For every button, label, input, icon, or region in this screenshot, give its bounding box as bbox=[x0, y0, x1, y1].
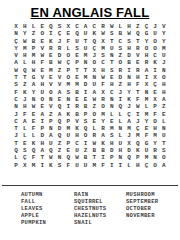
grid-cell-r8-c3: G bbox=[29, 74, 38, 81]
grid-cell-r12-c15: W bbox=[133, 103, 142, 110]
grid-cell-r13-c2: F bbox=[21, 111, 30, 118]
grid-cell-r15-c9: Q bbox=[81, 125, 90, 132]
grid-cell-r5-c18: U bbox=[160, 52, 169, 59]
grid-cell-r4-c16: O bbox=[142, 45, 151, 52]
grid-cell-r18-c8: U bbox=[73, 147, 82, 154]
grid-cell-r8-c14: N bbox=[125, 74, 134, 81]
grid-cell-r13-c17: F bbox=[151, 111, 160, 118]
word-list: AUTUMNFALLLEAVESAPPLEPUMPKIN RAINSQUIRRE… bbox=[0, 191, 180, 226]
grid-cell-r15-c17: H bbox=[151, 125, 160, 132]
grid-cell-r19-c8: W bbox=[73, 154, 82, 161]
grid-cell-r19-c14: Q bbox=[125, 154, 134, 161]
grid-cell-r2-c11: W bbox=[99, 30, 108, 37]
grid-cell-r12-c7: I bbox=[64, 103, 73, 110]
word-list-item-pumpkin: PUMPKIN bbox=[21, 219, 74, 226]
grid-cell-r15-c4: P bbox=[38, 125, 47, 132]
grid-cell-r12-c12: N bbox=[107, 103, 116, 110]
grid-cell-r6-c5: B bbox=[47, 59, 56, 66]
grid-cell-r9-c17: Ç bbox=[151, 81, 160, 88]
grid-cell-r1-c10: C bbox=[90, 23, 99, 30]
grid-cell-r12-c17: P bbox=[151, 103, 160, 110]
word-list-column-2: RAINSQUIRRELCHESTNUTSHAZELNUTSSNAIL bbox=[74, 191, 126, 226]
grid-cell-r18-c7: E bbox=[64, 147, 73, 154]
grid-cell-r8-c12: E bbox=[107, 74, 116, 81]
grid-cell-r14-c16: Y bbox=[142, 118, 151, 125]
grid-cell-r1-c16: Ç bbox=[142, 23, 151, 30]
grid-cell-r3-c13: C bbox=[116, 38, 125, 45]
grid-cell-r20-c3: M bbox=[29, 162, 38, 169]
grid-cell-r3-c11: X bbox=[99, 38, 108, 45]
grid-cell-r2-c12: S bbox=[107, 30, 116, 37]
grid-cell-r14-c10: E bbox=[90, 118, 99, 125]
grid-cell-r8-c8: E bbox=[73, 74, 82, 81]
grid-cell-r14-c18: L bbox=[160, 118, 169, 125]
grid-cell-r19-c18: O bbox=[160, 154, 169, 161]
grid-cell-r6-c17: K bbox=[151, 59, 160, 66]
grid-cell-r4-c3: P bbox=[29, 45, 38, 52]
grid-cell-r7-c1: W bbox=[12, 67, 21, 74]
grid-cell-r16-c17: M bbox=[151, 132, 160, 139]
grid-cell-r7-c13: R bbox=[116, 67, 125, 74]
grid-cell-r20-c2: X bbox=[21, 162, 30, 169]
grid-cell-r8-c9: M bbox=[81, 74, 90, 81]
grid-cell-r20-c4: I bbox=[38, 162, 47, 169]
grid-cell-r13-c13: L bbox=[116, 111, 125, 118]
grid-cell-r8-c11: W bbox=[99, 74, 108, 81]
grid-cell-r3-c16: Y bbox=[142, 38, 151, 45]
grid-cell-r18-c6: Z bbox=[55, 147, 64, 154]
grid-cell-r12-c5: V bbox=[47, 103, 56, 110]
grid-cell-r7-c17: I bbox=[151, 67, 160, 74]
grid-cell-r16-c18: U bbox=[160, 132, 169, 139]
grid-cell-r18-c1: Q bbox=[12, 147, 21, 154]
grid-cell-r13-c7: K bbox=[64, 111, 73, 118]
grid-cell-r20-c18: A bbox=[160, 162, 169, 169]
grid-cell-r13-c9: P bbox=[81, 111, 90, 118]
grid-cell-r9-c13: Z bbox=[116, 81, 125, 88]
grid-cell-r17-c2: E bbox=[21, 140, 30, 147]
grid-cell-r8-c6: V bbox=[55, 74, 64, 81]
grid-cell-r2-c13: B bbox=[116, 30, 125, 37]
grid-cell-r8-c7: O bbox=[64, 74, 73, 81]
grid-cell-r9-c10: U bbox=[90, 81, 99, 88]
grid-cell-r4-c13: S bbox=[116, 45, 125, 52]
grid-cell-r16-c8: H bbox=[73, 132, 82, 139]
grid-cell-r1-c7: X bbox=[64, 23, 73, 30]
word-list-item-squirrel: SQUIRREL bbox=[74, 198, 126, 205]
grid-cell-r1-c11: R bbox=[99, 23, 108, 30]
grid-cell-r7-c15: R bbox=[133, 67, 142, 74]
grid-cell-r19-c2: Ç bbox=[21, 154, 30, 161]
grid-cell-r1-c6: S bbox=[55, 23, 64, 30]
grid-cell-r16-c13: L bbox=[116, 132, 125, 139]
grid-cell-r2-c2: Y bbox=[21, 30, 30, 37]
grid-cell-r1-c3: L bbox=[29, 23, 38, 30]
grid-cell-r9-c16: X bbox=[142, 81, 151, 88]
grid-cell-r16-c7: U bbox=[64, 132, 73, 139]
grid-cell-r12-c18: Z bbox=[160, 103, 169, 110]
grid-cell-r2-c4: O bbox=[38, 30, 47, 37]
grid-cell-r3-c18: Y bbox=[160, 38, 169, 45]
grid-cell-r2-c10: K bbox=[90, 30, 99, 37]
grid-cell-r11-c16: M bbox=[142, 96, 151, 103]
grid-cell-r17-c4: H bbox=[38, 140, 47, 147]
grid-cell-r10-c3: Y bbox=[29, 89, 38, 96]
grid-cell-r9-c1: S bbox=[12, 81, 21, 88]
grid-cell-r2-c1: N bbox=[12, 30, 21, 37]
grid-cell-r3-c12: T bbox=[107, 38, 116, 45]
grid-cell-r7-c7: P bbox=[64, 67, 73, 74]
grid-cell-r13-c18: E bbox=[160, 111, 169, 118]
grid-cell-r18-c14: D bbox=[125, 147, 134, 154]
grid-cell-r20-c10: M bbox=[90, 162, 99, 169]
grid-cell-r16-c5: A bbox=[47, 132, 56, 139]
grid-cell-r16-c3: L bbox=[29, 132, 38, 139]
grid-cell-r14-c3: E bbox=[29, 118, 38, 125]
word-list-item-apple: APPLE bbox=[21, 212, 74, 219]
grid-cell-r20-c17: O bbox=[151, 162, 160, 169]
grid-cell-r15-c5: N bbox=[47, 125, 56, 132]
grid-cell-r4-c17: O bbox=[151, 45, 160, 52]
grid-cell-r19-c1: L bbox=[12, 154, 21, 161]
grid-cell-r5-c17: C bbox=[151, 52, 160, 59]
grid-cell-r2-c5: I bbox=[47, 30, 56, 37]
grid-cell-r10-c17: E bbox=[151, 89, 160, 96]
grid-cell-r6-c18: J bbox=[160, 59, 169, 66]
grid-cell-r11-c10: W bbox=[90, 96, 99, 103]
grid-cell-r12-c6: Q bbox=[55, 103, 64, 110]
grid-cell-r8-c10: N bbox=[90, 74, 99, 81]
grid-cell-r4-c7: L bbox=[64, 45, 73, 52]
grid-cell-r8-c13: D bbox=[116, 74, 125, 81]
grid-cell-r1-c14: H bbox=[125, 23, 134, 30]
grid-cell-r18-c3: Q bbox=[29, 147, 38, 154]
grid-cell-r11-c3: N bbox=[29, 96, 38, 103]
grid-cell-r12-c9: B bbox=[81, 103, 90, 110]
grid-cell-r6-c6: W bbox=[55, 59, 64, 66]
grid-cell-r5-c15: V bbox=[133, 52, 142, 59]
grid-cell-r1-c15: Z bbox=[133, 23, 142, 30]
grid-cell-r17-c7: P bbox=[64, 140, 73, 147]
grid-cell-r11-c11: R bbox=[99, 96, 108, 103]
grid-cell-r11-c7: N bbox=[64, 96, 73, 103]
grid-cell-r17-c6: Z bbox=[55, 140, 64, 147]
page-title: EN ANGLAIS FALL bbox=[0, 0, 180, 20]
grid-cell-r15-c6: D bbox=[55, 125, 64, 132]
grid-cell-r13-c8: B bbox=[73, 111, 82, 118]
grid-cell-r1-c2: H bbox=[21, 23, 30, 30]
grid-cell-r1-c5: Q bbox=[47, 23, 56, 30]
grid-cell-r15-c10: L bbox=[90, 125, 99, 132]
grid-cell-r4-c9: U bbox=[81, 45, 90, 52]
grid-cell-r16-c10: R bbox=[90, 132, 99, 139]
grid-cell-r2-c8: Q bbox=[73, 30, 82, 37]
grid-cell-r19-c6: N bbox=[55, 154, 64, 161]
grid-cell-r18-c10: B bbox=[90, 147, 99, 154]
grid-cell-r4-c11: M bbox=[99, 45, 108, 52]
grid-cell-r12-c8: R bbox=[73, 103, 82, 110]
grid-cell-r11-c8: E bbox=[73, 96, 82, 103]
grid-cell-r19-c9: B bbox=[81, 154, 90, 161]
grid-cell-r20-c5: K bbox=[47, 162, 56, 169]
grid-cell-r9-c9: D bbox=[81, 81, 90, 88]
grid-cell-r17-c15: Q bbox=[133, 140, 142, 147]
grid-cell-r15-c7: M bbox=[64, 125, 73, 132]
grid-cell-r9-c5: V bbox=[47, 81, 56, 88]
grid-cell-r4-c5: R bbox=[47, 45, 56, 52]
grid-cell-r4-c8: S bbox=[73, 45, 82, 52]
grid-cell-r8-c15: H bbox=[133, 74, 142, 81]
grid-cell-r6-c15: E bbox=[133, 59, 142, 66]
grid-cell-r6-c2: L bbox=[21, 59, 30, 66]
grid-cell-r7-c8: T bbox=[73, 67, 82, 74]
grid-cell-r3-c3: B bbox=[29, 38, 38, 45]
grid-cell-r15-c12: M bbox=[107, 125, 116, 132]
grid-cell-r3-c1: Ç bbox=[12, 38, 21, 45]
grid-cell-r16-c6: Q bbox=[55, 132, 64, 139]
grid-cell-r6-c16: R bbox=[142, 59, 151, 66]
grid-cell-r1-c17: J bbox=[151, 23, 160, 30]
grid-cell-r17-c9: I bbox=[81, 140, 90, 147]
grid-cell-r10-c14: Y bbox=[125, 89, 134, 96]
grid-cell-r1-c12: W bbox=[107, 23, 116, 30]
grid-cell-r20-c11: F bbox=[99, 162, 108, 169]
grid-cell-r4-c14: H bbox=[125, 45, 134, 52]
grid-cell-r4-c6: R bbox=[55, 45, 64, 52]
grid-cell-r9-c7: M bbox=[64, 81, 73, 88]
grid-cell-r1-c18: V bbox=[160, 23, 169, 30]
grid-cell-r17-c17: Y bbox=[151, 140, 160, 147]
grid-cell-r15-c8: K bbox=[73, 125, 82, 132]
grid-cell-r11-c9: E bbox=[81, 96, 90, 103]
grid-cell-r2-c18: Y bbox=[160, 30, 169, 37]
grid-cell-r11-c17: X bbox=[151, 96, 160, 103]
grid-cell-r6-c14: B bbox=[125, 59, 134, 66]
grid-cell-r8-c18: O bbox=[160, 74, 169, 81]
grid-cell-r19-c3: F bbox=[29, 154, 38, 161]
grid-cell-r14-c2: A bbox=[21, 118, 30, 125]
word-list-column-1: AUTUMNFALLLEAVESAPPLEPUMPKIN bbox=[21, 191, 74, 226]
grid-cell-r15-c16: E bbox=[142, 125, 151, 132]
grid-cell-r17-c13: U bbox=[116, 140, 125, 147]
word-list-item-november: NOVEMBER bbox=[126, 212, 180, 219]
grid-cell-r13-c3: E bbox=[29, 111, 38, 118]
grid-cell-r5-c14: D bbox=[125, 52, 134, 59]
word-list-item-hazelnuts: HAZELNUTS bbox=[74, 212, 126, 219]
grid-cell-r16-c9: O bbox=[81, 132, 90, 139]
grid-cell-r13-c4: A bbox=[38, 111, 47, 118]
grid-cell-r5-c3: M bbox=[29, 52, 38, 59]
grid-cell-r10-c9: I bbox=[81, 89, 90, 96]
grid-cell-r19-c12: P bbox=[107, 154, 116, 161]
grid-cell-r7-c16: A bbox=[142, 67, 151, 74]
grid-cell-r11-c12: N bbox=[107, 96, 116, 103]
grid-cell-r14-c1: C bbox=[12, 118, 21, 125]
grid-cell-r5-c6: D bbox=[55, 52, 64, 59]
grid-cell-r17-c5: U bbox=[47, 140, 56, 147]
grid-cell-r11-c18: A bbox=[160, 96, 169, 103]
grid-cell-r12-c4: E bbox=[38, 103, 47, 110]
grid-cell-r4-c4: V bbox=[38, 45, 47, 52]
word-list-item-rain: RAIN bbox=[74, 191, 126, 198]
grid-cell-r10-c18: H bbox=[160, 89, 169, 96]
grid-cell-r7-c5: M bbox=[47, 67, 56, 74]
grid-cell-r13-c5: Z bbox=[47, 111, 56, 118]
grid-cell-r17-c3: K bbox=[29, 140, 38, 147]
grid-cell-r3-c10: Q bbox=[90, 38, 99, 45]
word-list-item-september: SEPTEMBER bbox=[126, 198, 180, 205]
grid-cell-r19-c15: P bbox=[133, 154, 142, 161]
grid-cell-r2-c9: U bbox=[81, 30, 90, 37]
grid-cell-r11-c6: E bbox=[55, 96, 64, 103]
grid-cell-r3-c15: T bbox=[133, 38, 142, 45]
grid-cell-r13-c14: Ç bbox=[125, 111, 134, 118]
grid-cell-r12-c11: O bbox=[99, 103, 108, 110]
word-list-column-3: MUSHROOMSEPTEMBEROCTOBERNOVEMBER bbox=[126, 191, 180, 226]
grid-cell-r5-c8: E bbox=[73, 52, 82, 59]
grid-cell-r3-c7: F bbox=[64, 38, 73, 45]
grid-cell-r12-c14: J bbox=[125, 103, 134, 110]
grid-cell-r11-c2: J bbox=[21, 96, 30, 103]
grid-cell-r14-c7: P bbox=[64, 118, 73, 125]
grid-cell-r11-c13: I bbox=[116, 96, 125, 103]
grid-cell-r20-c12: I bbox=[107, 162, 116, 169]
grid-cell-r5-c10: J bbox=[90, 52, 99, 59]
grid-cell-r2-c16: G bbox=[142, 30, 151, 37]
grid-cell-r7-c3: W bbox=[29, 67, 38, 74]
grid-cell-r8-c17: X bbox=[151, 74, 160, 81]
grid-cell-r7-c11: H bbox=[99, 67, 108, 74]
grid-cell-r8-c1: T bbox=[12, 74, 21, 81]
grid-cell-r17-c18: T bbox=[160, 140, 169, 147]
grid-cell-r15-c14: M bbox=[125, 125, 134, 132]
grid-cell-r9-c18: H bbox=[160, 81, 169, 88]
grid-cell-r10-c15: T bbox=[133, 89, 142, 96]
grid-cell-r6-c7: Ç bbox=[64, 59, 73, 66]
grid-cell-r7-c14: I bbox=[125, 67, 134, 74]
grid-cell-r15-c1: T bbox=[12, 125, 21, 132]
grid-cell-r2-c6: Ç bbox=[55, 30, 64, 37]
grid-cell-r20-c13: I bbox=[116, 162, 125, 169]
word-list-item-mushroom: MUSHROOM bbox=[126, 191, 180, 198]
grid-cell-r11-c5: N bbox=[47, 96, 56, 103]
word-list-item-leaves: LEAVES bbox=[21, 205, 74, 212]
grid-cell-r5-c5: E bbox=[47, 52, 56, 59]
grid-cell-r9-c8: M bbox=[73, 81, 82, 88]
grid-cell-r19-c11: I bbox=[99, 154, 108, 161]
grid-cell-r18-c9: Z bbox=[81, 147, 90, 154]
grid-cell-r3-c17: O bbox=[151, 38, 160, 45]
grid-cell-r15-c11: R bbox=[99, 125, 108, 132]
grid-cell-r10-c12: C bbox=[107, 89, 116, 96]
grid-cell-r20-c7: F bbox=[64, 162, 73, 169]
word-search-grid: XHLEQSXCACRWLHZÇJVNYZOIÇEQUKWSBWQGUYÇWBE… bbox=[0, 23, 180, 169]
grid-cell-r8-c16: I bbox=[142, 74, 151, 81]
grid-cell-r19-c5: W bbox=[47, 154, 56, 161]
grid-cell-r6-c3: H bbox=[29, 59, 38, 66]
grid-cell-r19-c4: T bbox=[38, 154, 47, 161]
grid-cell-r4-c10: Ç bbox=[90, 45, 99, 52]
grid-cell-r3-c14: S bbox=[125, 38, 134, 45]
grid-cell-r15-c18: N bbox=[160, 125, 169, 132]
grid-cell-r4-c12: U bbox=[107, 45, 116, 52]
grid-cell-r3-c5: K bbox=[47, 38, 56, 45]
grid-cell-r9-c3: A bbox=[29, 81, 38, 88]
grid-cell-r17-c12: H bbox=[107, 140, 116, 147]
grid-cell-r13-c16: M bbox=[142, 111, 151, 118]
grid-cell-r11-c15: F bbox=[133, 96, 142, 103]
grid-cell-r2-c3: Z bbox=[29, 30, 38, 37]
grid-cell-r10-c1: F bbox=[12, 89, 21, 96]
grid-cell-r20-c16: Ç bbox=[142, 162, 151, 169]
grid-cell-r17-c8: C bbox=[73, 140, 82, 147]
grid-cell-r13-c10: O bbox=[90, 111, 99, 118]
grid-cell-r18-c17: R bbox=[151, 147, 160, 154]
grid-cell-r20-c8: U bbox=[73, 162, 82, 169]
grid-cell-r9-c4: H bbox=[38, 81, 47, 88]
grid-cell-r19-c17: N bbox=[151, 154, 160, 161]
grid-cell-r7-c12: S bbox=[107, 67, 116, 74]
grid-cell-r6-c11: C bbox=[99, 59, 108, 66]
grid-cell-r16-c4: D bbox=[38, 132, 47, 139]
grid-cell-r9-c12: H bbox=[107, 81, 116, 88]
grid-cell-r12-c13: Q bbox=[116, 103, 125, 110]
grid-cell-r14-c12: E bbox=[107, 118, 116, 125]
grid-cell-r14-c4: I bbox=[38, 118, 47, 125]
grid-cell-r6-c10: O bbox=[90, 59, 99, 66]
grid-cell-r13-c6: A bbox=[55, 111, 64, 118]
grid-cell-r16-c2: L bbox=[21, 132, 30, 139]
grid-cell-r3-c4: E bbox=[38, 38, 47, 45]
grid-cell-r19-c16: M bbox=[142, 154, 151, 161]
grid-cell-r3-c2: W bbox=[21, 38, 30, 45]
word-search-worksheet: EN ANGLAIS FALL XHLEQSXCACRWLHZÇJVNYZOIÇ… bbox=[0, 0, 180, 240]
grid-cell-r18-c5: Q bbox=[47, 147, 56, 154]
grid-cell-r5-c7: O bbox=[64, 52, 73, 59]
grid-cell-r9-c6: V bbox=[55, 81, 64, 88]
grid-cell-r6-c13: O bbox=[116, 59, 125, 66]
grid-cell-r5-c16: H bbox=[142, 52, 151, 59]
grid-cell-r7-c10: X bbox=[90, 67, 99, 74]
grid-cell-r16-c11: A bbox=[99, 132, 108, 139]
grid-cell-r20-c15: H bbox=[133, 162, 142, 169]
grid-cell-r20-c14: L bbox=[125, 162, 134, 169]
grid-cell-r10-c16: N bbox=[142, 89, 151, 96]
grid-cell-r14-c17: O bbox=[151, 118, 160, 125]
grid-cell-r6-c1: A bbox=[12, 59, 21, 66]
grid-cell-r16-c16: F bbox=[142, 132, 151, 139]
word-list-item-autumn: AUTUMN bbox=[21, 191, 74, 198]
grid-cell-r20-c1: P bbox=[12, 162, 21, 169]
grid-cell-r18-c2: S bbox=[21, 147, 30, 154]
grid-cell-r14-c6: Q bbox=[55, 118, 64, 125]
grid-cell-r8-c2: T bbox=[21, 74, 30, 81]
word-list-item-october: OCTOBER bbox=[126, 205, 180, 212]
word-list-item-snail: SNAIL bbox=[74, 219, 126, 226]
grid-cell-r2-c7: E bbox=[64, 30, 73, 37]
grid-cell-r12-c10: Z bbox=[90, 103, 99, 110]
grid-cell-r18-c12: D bbox=[107, 147, 116, 154]
grid-cell-r5-c1: V bbox=[12, 52, 21, 59]
grid-cell-r11-c1: C bbox=[12, 96, 21, 103]
grid-cell-r9-c11: F bbox=[99, 81, 108, 88]
grid-cell-r12-c2: H bbox=[21, 103, 30, 110]
grid-cell-r20-c9: U bbox=[81, 162, 90, 169]
grid-cell-r17-c16: G bbox=[142, 140, 151, 147]
grid-cell-r17-c14: X bbox=[125, 140, 134, 147]
grid-cell-r3-c9: T bbox=[81, 38, 90, 45]
grid-cell-r5-c13: Z bbox=[116, 52, 125, 59]
